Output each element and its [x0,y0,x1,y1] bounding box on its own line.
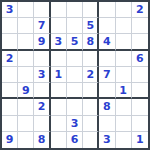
cell-r1c3[interactable] [34,2,50,18]
cell-r6c4[interactable] [51,83,67,99]
cell-r1c7[interactable] [99,2,115,18]
cell-r1c2[interactable] [18,2,34,18]
cell-r3c2[interactable] [18,34,34,50]
cell-r3c4[interactable]: 3 [51,34,67,50]
cell-r1c6[interactable] [83,2,99,18]
cell-r6c1[interactable] [2,83,18,99]
cell-r2c7[interactable] [99,18,115,34]
cell-r3c9[interactable] [132,34,148,50]
cell-r5c4[interactable]: 1 [51,67,67,83]
cell-r9c3[interactable]: 8 [34,132,50,148]
sudoku-board: 3275935842631279128398631 [0,0,150,150]
cell-r2c6[interactable]: 5 [83,18,99,34]
cell-r5c6[interactable]: 2 [83,67,99,83]
cell-r9c5[interactable]: 6 [67,132,83,148]
cell-r7c5[interactable] [67,99,83,115]
cell-r8c9[interactable] [132,116,148,132]
cell-r7c1[interactable] [2,99,18,115]
cell-r5c8[interactable] [116,67,132,83]
cell-r8c1[interactable] [2,116,18,132]
cell-r1c8[interactable] [116,2,132,18]
cell-r4c8[interactable] [116,51,132,67]
cell-r4c1[interactable]: 2 [2,51,18,67]
cell-r1c9[interactable]: 2 [132,2,148,18]
cell-r6c6[interactable] [83,83,99,99]
cell-r8c7[interactable] [99,116,115,132]
cell-r9c1[interactable]: 9 [2,132,18,148]
cell-r4c7[interactable] [99,51,115,67]
cell-r4c3[interactable] [34,51,50,67]
cell-r9c4[interactable] [51,132,67,148]
cell-r8c2[interactable] [18,116,34,132]
cell-r9c2[interactable] [18,132,34,148]
cell-r5c7[interactable]: 7 [99,67,115,83]
cell-r3c5[interactable]: 5 [67,34,83,50]
cell-r9c7[interactable]: 3 [99,132,115,148]
cell-r1c1[interactable]: 3 [2,2,18,18]
cell-r6c7[interactable] [99,83,115,99]
cell-r6c2[interactable]: 9 [18,83,34,99]
cell-r8c6[interactable] [83,116,99,132]
cell-r4c9[interactable]: 6 [132,51,148,67]
cell-r2c5[interactable] [67,18,83,34]
cell-r2c1[interactable] [2,18,18,34]
cell-r8c3[interactable] [34,116,50,132]
cell-r7c8[interactable] [116,99,132,115]
cell-r7c2[interactable] [18,99,34,115]
cell-r9c8[interactable] [116,132,132,148]
cell-r2c3[interactable]: 7 [34,18,50,34]
cell-r3c8[interactable] [116,34,132,50]
cell-r3c1[interactable] [2,34,18,50]
cell-r2c2[interactable] [18,18,34,34]
cell-r3c7[interactable]: 4 [99,34,115,50]
cell-r5c5[interactable] [67,67,83,83]
cell-r8c8[interactable] [116,116,132,132]
cell-r8c4[interactable] [51,116,67,132]
cell-r6c9[interactable] [132,83,148,99]
cell-r2c9[interactable] [132,18,148,34]
cell-r7c7[interactable]: 8 [99,99,115,115]
cell-r1c5[interactable] [67,2,83,18]
cell-r2c4[interactable] [51,18,67,34]
cell-r6c3[interactable] [34,83,50,99]
cell-r7c3[interactable]: 2 [34,99,50,115]
cell-r6c8[interactable]: 1 [116,83,132,99]
cell-r3c3[interactable]: 9 [34,34,50,50]
cell-r1c4[interactable] [51,2,67,18]
cell-r4c5[interactable] [67,51,83,67]
cell-r7c4[interactable] [51,99,67,115]
cell-r5c1[interactable] [2,67,18,83]
cell-r7c6[interactable] [83,99,99,115]
cell-r4c6[interactable] [83,51,99,67]
cell-r5c9[interactable] [132,67,148,83]
cell-r4c4[interactable] [51,51,67,67]
sudoku-app: 3275935842631279128398631 [0,0,150,150]
cell-r7c9[interactable] [132,99,148,115]
cell-r9c9[interactable]: 1 [132,132,148,148]
cell-r4c2[interactable] [18,51,34,67]
cell-r2c8[interactable] [116,18,132,34]
cell-r3c6[interactable]: 8 [83,34,99,50]
cell-r6c5[interactable] [67,83,83,99]
cell-r5c2[interactable] [18,67,34,83]
cell-r5c3[interactable]: 3 [34,67,50,83]
cell-r8c5[interactable]: 3 [67,116,83,132]
cell-r9c6[interactable] [83,132,99,148]
